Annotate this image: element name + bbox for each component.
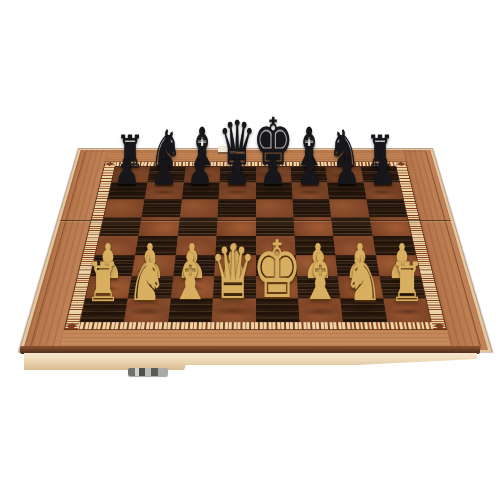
product-photo: ♜♞♝♛♚♝♞♜♟♟♟♟♟♟♟♟♟♟♟♟♟♟♟♟♜♞♝♛♚♝♞♜ [0,0,500,500]
pawn-glyph: ♟ [260,149,286,191]
piece-white-bishop-f1[interactable]: ♝ [298,261,342,310]
piece-black-pawn-e7[interactable]: ♟ [259,159,288,191]
piece-black-pawn-b7[interactable]: ♟ [149,159,178,191]
piece-white-rook-h1[interactable]: ♜ [388,269,425,311]
piece-black-pawn-a7[interactable]: ♟ [113,159,142,191]
piece-black-pawn-f7[interactable]: ♟ [296,159,325,191]
piece-black-pawn-c7[interactable]: ♟ [186,159,215,191]
piece-black-pawn-h7[interactable]: ♟ [369,159,398,191]
piece-white-king-e1[interactable]: ♚ [249,250,304,311]
piece-black-pawn-g7[interactable]: ♟ [332,159,361,191]
pawn-glyph: ♟ [297,149,323,191]
bishop-glyph: ♝ [170,246,211,310]
pawn-glyph: ♟ [150,149,176,191]
rook-glyph: ♜ [390,256,424,310]
bishop-glyph: ♝ [300,246,341,310]
pawn-glyph: ♟ [370,149,396,191]
pawn-glyph: ♟ [187,149,213,191]
pawn-glyph: ♟ [114,149,140,191]
pawn-glyph: ♟ [223,149,249,191]
pawn-glyph: ♟ [333,149,359,191]
piece-white-knight-b1[interactable]: ♞ [125,263,168,311]
pieces-layer: ♜♞♝♛♚♝♞♜♟♟♟♟♟♟♟♟♟♟♟♟♟♟♟♟♜♞♝♛♚♝♞♜ [0,0,500,500]
piece-white-rook-a1[interactable]: ♜ [84,269,121,311]
king-glyph: ♚ [252,231,302,310]
piece-white-knight-g1[interactable]: ♞ [342,263,385,311]
knight-glyph: ♞ [127,249,166,311]
piece-black-pawn-d7[interactable]: ♟ [222,159,251,191]
rook-glyph: ♜ [86,256,120,310]
piece-white-bishop-c1[interactable]: ♝ [168,261,212,310]
knight-glyph: ♞ [344,249,383,311]
